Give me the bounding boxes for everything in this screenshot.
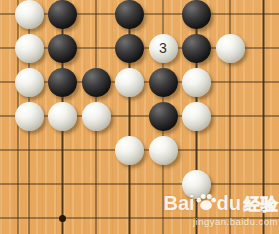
black-stone [149, 102, 178, 131]
board-intersection [146, 133, 180, 167]
board-intersection [79, 167, 113, 201]
white-stone [115, 136, 144, 165]
board-intersection [79, 99, 113, 133]
black-stone [182, 0, 211, 29]
board-intersection [12, 167, 46, 201]
watermark-text-jingyan: 经验 [244, 193, 278, 216]
board-intersection [247, 133, 279, 167]
board-intersection [247, 31, 279, 65]
board-intersection [46, 31, 80, 65]
board-intersection [180, 65, 214, 99]
star-point [59, 215, 66, 222]
white-stone [182, 68, 211, 97]
board-intersection [146, 65, 180, 99]
white-stone [182, 102, 211, 131]
board-intersection [180, 133, 214, 167]
white-stone [15, 34, 44, 63]
white-stone [216, 34, 245, 63]
watermark-url: jingyan.baidu.com [163, 216, 278, 227]
board-intersection [12, 31, 46, 65]
board-intersection [79, 201, 113, 234]
black-stone [82, 68, 111, 97]
white-stone: 3 [149, 34, 178, 63]
board-intersection [79, 65, 113, 99]
black-stone [48, 68, 77, 97]
white-stone [82, 102, 111, 131]
board-intersection [113, 133, 147, 167]
board-intersection [180, 31, 214, 65]
black-stone [149, 68, 178, 97]
move-number-label: 3 [159, 41, 167, 55]
baidu-paw-icon [196, 193, 216, 211]
black-stone [48, 0, 77, 29]
white-stone [15, 68, 44, 97]
board-intersection [180, 99, 214, 133]
board-intersection [12, 65, 46, 99]
board-intersection [79, 0, 113, 31]
board-intersection [113, 201, 147, 234]
board-intersection: 3 [146, 31, 180, 65]
board-intersection [12, 133, 46, 167]
board-intersection [46, 99, 80, 133]
black-stone [48, 34, 77, 63]
white-stone [115, 68, 144, 97]
white-stone [15, 102, 44, 131]
black-stone [182, 34, 211, 63]
board-intersection [79, 133, 113, 167]
white-stone [48, 102, 77, 131]
watermark-text-bai: Bai [163, 192, 194, 215]
go-board-screenshot: 3 Bai du 经验 jingyan.baidu.com [0, 0, 279, 234]
board-intersection [113, 167, 147, 201]
board-intersection [46, 167, 80, 201]
board-intersection [113, 99, 147, 133]
board-intersection [213, 133, 247, 167]
black-stone [115, 0, 144, 29]
watermark-text-du: du [217, 192, 241, 215]
board-intersection [247, 65, 279, 99]
board-intersection [213, 99, 247, 133]
board-intersection [113, 31, 147, 65]
board-intersection [146, 0, 180, 31]
board-intersection [46, 133, 80, 167]
baidu-watermark: Bai du 经验 jingyan.baidu.com [163, 192, 278, 227]
white-stone [15, 0, 44, 29]
board-intersection [213, 65, 247, 99]
board-intersection [247, 0, 279, 31]
white-stone [149, 136, 178, 165]
watermark-brand: Bai du 经验 [163, 192, 278, 216]
board-intersection [247, 99, 279, 133]
board-intersection [113, 0, 147, 31]
board-intersection [46, 0, 80, 31]
board-intersection [213, 0, 247, 31]
board-intersection [12, 201, 46, 234]
board-intersection [46, 65, 80, 99]
board-intersection [113, 65, 147, 99]
board-intersection [180, 0, 214, 31]
board-intersection [12, 99, 46, 133]
board-intersection [146, 99, 180, 133]
board-intersection [213, 31, 247, 65]
black-stone [115, 34, 144, 63]
board-intersection [79, 31, 113, 65]
board-intersection [12, 0, 46, 31]
